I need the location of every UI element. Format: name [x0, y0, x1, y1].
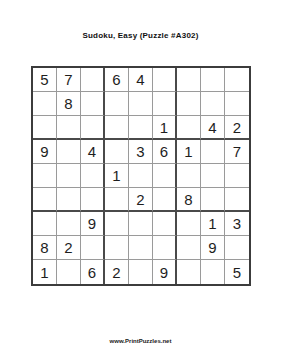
cell-r9c8[interactable]: [201, 260, 225, 284]
puzzle-title: Sudoku, Easy (Puzzle #A302): [0, 31, 281, 40]
cell-r2c2: 8: [57, 92, 81, 116]
cell-r3c2[interactable]: [57, 116, 81, 140]
cell-r4c9: 7: [225, 140, 249, 164]
cell-r1c9[interactable]: [225, 68, 249, 92]
cell-r1c4: 6: [105, 68, 129, 92]
cell-r6c6[interactable]: [153, 188, 177, 212]
cell-r3c7[interactable]: [177, 116, 201, 140]
cell-r8c9[interactable]: [225, 236, 249, 260]
cell-r5c3[interactable]: [81, 164, 105, 188]
cell-r4c4[interactable]: [105, 140, 129, 164]
cell-r9c6: 9: [153, 260, 177, 284]
cell-r9c4: 2: [105, 260, 129, 284]
cell-r1c1: 5: [33, 68, 57, 92]
cell-r6c5: 2: [129, 188, 153, 212]
cell-r4c7: 1: [177, 140, 201, 164]
cell-r2c3[interactable]: [81, 92, 105, 116]
cell-r5c8[interactable]: [201, 164, 225, 188]
cell-r2c9[interactable]: [225, 92, 249, 116]
cell-r6c8[interactable]: [201, 188, 225, 212]
footer-site-label: www.PrintPuzzles.net: [0, 338, 281, 344]
cell-r8c2: 2: [57, 236, 81, 260]
cell-r7c3: 9: [81, 212, 105, 236]
cell-r3c8: 4: [201, 116, 225, 140]
cell-r5c7[interactable]: [177, 164, 201, 188]
cell-r5c2[interactable]: [57, 164, 81, 188]
cell-r8c4[interactable]: [105, 236, 129, 260]
cell-r6c3[interactable]: [81, 188, 105, 212]
cell-r1c8[interactable]: [201, 68, 225, 92]
cell-r1c2: 7: [57, 68, 81, 92]
cell-r4c6: 6: [153, 140, 177, 164]
cell-r2c1[interactable]: [33, 92, 57, 116]
cell-r7c5[interactable]: [129, 212, 153, 236]
cell-r3c5[interactable]: [129, 116, 153, 140]
cell-r8c8: 9: [201, 236, 225, 260]
cell-r8c3[interactable]: [81, 236, 105, 260]
cell-r9c1: 1: [33, 260, 57, 284]
cell-r9c5[interactable]: [129, 260, 153, 284]
cell-r3c1[interactable]: [33, 116, 57, 140]
cell-r7c8: 1: [201, 212, 225, 236]
cell-r2c6[interactable]: [153, 92, 177, 116]
cell-r7c1[interactable]: [33, 212, 57, 236]
cell-r1c7[interactable]: [177, 68, 201, 92]
cell-r6c2[interactable]: [57, 188, 81, 212]
cell-r5c5[interactable]: [129, 164, 153, 188]
cell-r3c3[interactable]: [81, 116, 105, 140]
cell-r1c5: 4: [129, 68, 153, 92]
cell-r8c1: 8: [33, 236, 57, 260]
cell-r5c9[interactable]: [225, 164, 249, 188]
cell-r4c5: 3: [129, 140, 153, 164]
cell-r4c3: 4: [81, 140, 105, 164]
cell-r7c6[interactable]: [153, 212, 177, 236]
cell-r5c6[interactable]: [153, 164, 177, 188]
cell-r2c7[interactable]: [177, 92, 201, 116]
cell-r1c3[interactable]: [81, 68, 105, 92]
cell-r9c3: 6: [81, 260, 105, 284]
cell-r4c2[interactable]: [57, 140, 81, 164]
cell-r7c4[interactable]: [105, 212, 129, 236]
sudoku-board: 5764814294361712891382916295: [31, 66, 251, 286]
cell-r3c9: 2: [225, 116, 249, 140]
cell-r3c6: 1: [153, 116, 177, 140]
puzzle-page: Sudoku, Easy (Puzzle #A302) 576481429436…: [0, 0, 281, 363]
cell-r4c8[interactable]: [201, 140, 225, 164]
cell-r4c1: 9: [33, 140, 57, 164]
cell-r5c4: 1: [105, 164, 129, 188]
cell-r6c9[interactable]: [225, 188, 249, 212]
cell-r9c2[interactable]: [57, 260, 81, 284]
cell-r8c7[interactable]: [177, 236, 201, 260]
cell-r7c7[interactable]: [177, 212, 201, 236]
cell-r7c2[interactable]: [57, 212, 81, 236]
cell-r8c6[interactable]: [153, 236, 177, 260]
cell-r2c8[interactable]: [201, 92, 225, 116]
cell-r7c9: 3: [225, 212, 249, 236]
cell-r2c5[interactable]: [129, 92, 153, 116]
cell-r9c7[interactable]: [177, 260, 201, 284]
cell-r1c6[interactable]: [153, 68, 177, 92]
cell-r5c1[interactable]: [33, 164, 57, 188]
cell-r6c4[interactable]: [105, 188, 129, 212]
cell-r3c4[interactable]: [105, 116, 129, 140]
cell-r6c1[interactable]: [33, 188, 57, 212]
cell-r8c5[interactable]: [129, 236, 153, 260]
cell-r6c7: 8: [177, 188, 201, 212]
cell-r2c4[interactable]: [105, 92, 129, 116]
cell-r9c9: 5: [225, 260, 249, 284]
